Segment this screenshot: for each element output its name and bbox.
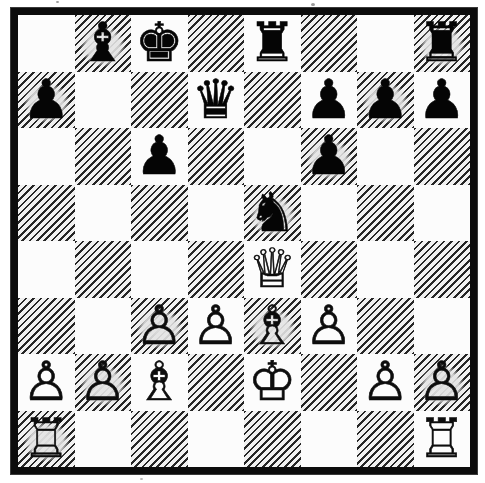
- scan-noise-speck: [56, 1, 59, 3]
- scan-noise-speck: [140, 478, 143, 480]
- square-a2: ♙: [18, 354, 75, 411]
- square-a6: [18, 128, 75, 185]
- square-e2: ♔: [244, 354, 301, 411]
- square-a5: [18, 185, 75, 242]
- square-g6: [357, 128, 414, 185]
- white-pawn: ♙: [361, 354, 409, 410]
- white-pawn: ♙: [192, 298, 240, 354]
- square-e1: [244, 411, 301, 468]
- square-h8: ♜: [414, 15, 471, 72]
- square-f1: [301, 411, 358, 468]
- square-d5: [188, 185, 245, 242]
- white-pawn: ♙: [22, 354, 70, 410]
- square-d1: [188, 411, 245, 468]
- square-c5: [131, 185, 188, 242]
- black-king: ♚: [135, 15, 183, 71]
- square-b4: [75, 241, 132, 298]
- square-h7: ♟: [414, 72, 471, 129]
- square-c3: ♙: [131, 298, 188, 355]
- square-h5: [414, 185, 471, 242]
- square-a8: [18, 15, 75, 72]
- square-b6: [75, 128, 132, 185]
- white-queen: ♕: [248, 241, 296, 297]
- square-h1: ♖: [414, 411, 471, 468]
- square-a3: [18, 298, 75, 355]
- square-h2: ♙: [414, 354, 471, 411]
- square-a4: [18, 241, 75, 298]
- square-a1: ♖: [18, 411, 75, 468]
- square-f2: [301, 354, 358, 411]
- square-b5: [75, 185, 132, 242]
- black-knight: ♞: [248, 185, 296, 241]
- square-f8: [301, 15, 358, 72]
- square-e8: ♜: [244, 15, 301, 72]
- square-b7: [75, 72, 132, 129]
- chess-board: ♝♚♜♜♟♛♟♟♟♟♟♞♕♙♙♗♙♙♙♗♔♙♙♖♖: [18, 15, 470, 467]
- square-c2: ♗: [131, 354, 188, 411]
- square-h3: [414, 298, 471, 355]
- white-pawn: ♙: [79, 354, 127, 410]
- square-d8: [188, 15, 245, 72]
- black-bishop: ♝: [79, 15, 127, 71]
- white-bishop: ♗: [135, 354, 183, 410]
- square-g5: [357, 185, 414, 242]
- square-e3: ♗: [244, 298, 301, 355]
- square-b1: [75, 411, 132, 468]
- board-frame: ♝♚♜♜♟♛♟♟♟♟♟♞♕♙♙♗♙♙♙♗♔♙♙♖♖: [11, 8, 477, 474]
- scan-noise-speck: [311, 3, 315, 6]
- square-f5: [301, 185, 358, 242]
- square-g7: ♟: [357, 72, 414, 129]
- white-rook: ♖: [418, 411, 466, 467]
- square-b8: ♝: [75, 15, 132, 72]
- white-pawn: ♙: [135, 298, 183, 354]
- square-f4: [301, 241, 358, 298]
- square-e7: [244, 72, 301, 129]
- square-f6: ♟: [301, 128, 358, 185]
- square-d2: [188, 354, 245, 411]
- square-h4: [414, 241, 471, 298]
- square-g1: [357, 411, 414, 468]
- square-d4: [188, 241, 245, 298]
- scanned-chess-diagram: ♝♚♜♜♟♛♟♟♟♟♟♞♕♙♙♗♙♙♙♗♔♙♙♖♖: [0, 0, 485, 483]
- square-e5: ♞: [244, 185, 301, 242]
- square-c8: ♚: [131, 15, 188, 72]
- square-d6: [188, 128, 245, 185]
- white-bishop: ♗: [248, 298, 296, 354]
- black-queen: ♛: [192, 72, 240, 128]
- white-rook: ♖: [22, 411, 70, 467]
- square-e6: [244, 128, 301, 185]
- black-pawn: ♟: [22, 72, 70, 128]
- square-c1: [131, 411, 188, 468]
- square-g8: [357, 15, 414, 72]
- square-d3: ♙: [188, 298, 245, 355]
- black-pawn: ♟: [418, 72, 466, 128]
- square-c6: ♟: [131, 128, 188, 185]
- black-pawn: ♟: [135, 128, 183, 184]
- square-f7: ♟: [301, 72, 358, 129]
- white-pawn: ♙: [305, 298, 353, 354]
- square-c7: [131, 72, 188, 129]
- square-c4: [131, 241, 188, 298]
- white-king: ♔: [248, 354, 296, 410]
- square-h6: [414, 128, 471, 185]
- square-d7: ♛: [188, 72, 245, 129]
- square-b3: [75, 298, 132, 355]
- square-e4: ♕: [244, 241, 301, 298]
- white-pawn: ♙: [418, 354, 466, 410]
- square-a7: ♟: [18, 72, 75, 129]
- black-pawn: ♟: [305, 128, 353, 184]
- black-rook: ♜: [248, 15, 296, 71]
- square-g4: [357, 241, 414, 298]
- square-g3: [357, 298, 414, 355]
- square-f3: ♙: [301, 298, 358, 355]
- black-pawn: ♟: [361, 72, 409, 128]
- square-b2: ♙: [75, 354, 132, 411]
- square-g2: ♙: [357, 354, 414, 411]
- black-pawn: ♟: [305, 72, 353, 128]
- black-rook: ♜: [418, 15, 466, 71]
